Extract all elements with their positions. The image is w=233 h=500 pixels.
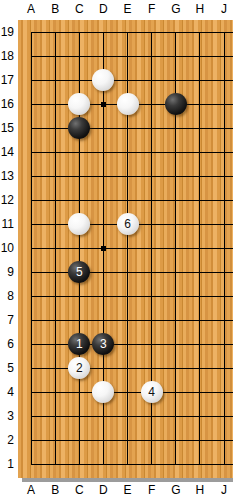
intersection-H13[interactable] xyxy=(188,164,212,188)
intersection-C7[interactable] xyxy=(67,308,91,332)
intersection-D18[interactable] xyxy=(91,44,115,68)
row-label-8: 8 xyxy=(0,284,16,308)
grid-line-vertical xyxy=(151,332,152,356)
row-label-6: 6 xyxy=(0,332,16,356)
row-label-1: 1 xyxy=(0,452,16,476)
intersection-G8[interactable] xyxy=(164,284,188,308)
intersection-A2[interactable] xyxy=(19,428,43,452)
row-label-18: 18 xyxy=(0,44,16,68)
intersection-C3[interactable] xyxy=(67,404,91,428)
intersection-D2[interactable] xyxy=(91,428,115,452)
star-point-D10 xyxy=(101,246,106,251)
row-label-9: 9 xyxy=(0,260,16,284)
intersection-H11[interactable] xyxy=(188,212,212,236)
grid-line-horizontal xyxy=(212,440,233,441)
intersection-B3[interactable] xyxy=(43,404,67,428)
grid-line-vertical xyxy=(224,92,225,116)
intersection-F14[interactable] xyxy=(140,140,164,164)
intersection-E6[interactable] xyxy=(116,332,140,356)
intersection-A5[interactable] xyxy=(19,356,43,380)
intersection-H7[interactable] xyxy=(188,308,212,332)
intersection-G5[interactable] xyxy=(164,356,188,380)
intersection-G12[interactable] xyxy=(164,188,188,212)
intersection-E17[interactable] xyxy=(116,68,140,92)
move-number-label: 6 xyxy=(124,217,131,231)
intersection-C4[interactable] xyxy=(67,380,91,404)
grid-line-horizontal xyxy=(31,104,44,105)
grid-line-vertical xyxy=(103,284,104,308)
intersection-A12[interactable] xyxy=(19,188,43,212)
intersection-D11[interactable] xyxy=(91,212,115,236)
intersection-F15[interactable] xyxy=(140,116,164,140)
intersection-A10[interactable] xyxy=(19,236,43,260)
grid-line-vertical xyxy=(224,404,225,428)
grid-line-vertical xyxy=(31,308,32,332)
intersection-A18[interactable] xyxy=(19,44,43,68)
intersection-A4[interactable] xyxy=(19,380,43,404)
grid-line-vertical xyxy=(55,32,56,45)
intersection-H19[interactable] xyxy=(188,20,212,44)
intersection-H10[interactable] xyxy=(188,236,212,260)
intersection-J17[interactable] xyxy=(212,68,233,92)
grid-line-vertical xyxy=(224,140,225,164)
intersection-B12[interactable] xyxy=(43,188,67,212)
intersection-E13[interactable] xyxy=(116,164,140,188)
grid-line-vertical xyxy=(127,356,128,380)
intersection-G9[interactable] xyxy=(164,260,188,284)
grid-line-vertical xyxy=(55,356,56,380)
intersection-D4[interactable] xyxy=(91,380,115,404)
grid-line-horizontal xyxy=(31,272,44,273)
intersection-E3[interactable] xyxy=(116,404,140,428)
grid-line-vertical xyxy=(151,428,152,452)
intersection-D16[interactable] xyxy=(91,92,115,116)
grid-line-horizontal xyxy=(212,368,233,369)
grid-line-vertical xyxy=(127,404,128,428)
grid-line-vertical xyxy=(55,116,56,140)
intersection-F4[interactable]: 4 xyxy=(140,380,164,404)
intersection-D3[interactable] xyxy=(91,404,115,428)
col-label-top-D: D xyxy=(91,0,115,19)
intersection-A14[interactable] xyxy=(19,140,43,164)
grid-line-vertical xyxy=(103,452,104,465)
intersection-A19[interactable] xyxy=(19,20,43,44)
intersection-C9[interactable]: 5 xyxy=(67,260,91,284)
intersection-B18[interactable] xyxy=(43,44,67,68)
intersection-F1[interactable] xyxy=(140,452,164,476)
intersection-H16[interactable] xyxy=(188,92,212,116)
intersection-B10[interactable] xyxy=(43,236,67,260)
intersection-C18[interactable] xyxy=(67,44,91,68)
intersection-A17[interactable] xyxy=(19,68,43,92)
intersection-F13[interactable] xyxy=(140,164,164,188)
grid-line-vertical xyxy=(175,212,176,236)
intersection-B14[interactable] xyxy=(43,140,67,164)
intersection-E10[interactable] xyxy=(116,236,140,260)
intersection-E18[interactable] xyxy=(116,44,140,68)
intersection-B11[interactable] xyxy=(43,212,67,236)
grid-line-vertical xyxy=(199,380,200,404)
intersection-H4[interactable] xyxy=(188,380,212,404)
intersection-J5[interactable] xyxy=(212,356,233,380)
grid-line-vertical xyxy=(103,308,104,332)
row-label-2: 2 xyxy=(0,428,16,452)
intersection-B13[interactable] xyxy=(43,164,67,188)
intersection-C11[interactable] xyxy=(67,212,91,236)
intersection-G2[interactable] xyxy=(164,428,188,452)
intersection-G18[interactable] xyxy=(164,44,188,68)
grid-line-vertical xyxy=(224,212,225,236)
grid-line-vertical xyxy=(55,92,56,116)
grid-line-vertical xyxy=(103,188,104,212)
intersection-G3[interactable] xyxy=(164,404,188,428)
row-label-10: 10 xyxy=(0,236,16,260)
grid-line-vertical xyxy=(55,380,56,404)
row-label-16: 16 xyxy=(0,92,16,116)
row-label-17: 17 xyxy=(0,68,16,92)
intersection-G13[interactable] xyxy=(164,164,188,188)
grid-line-vertical xyxy=(175,308,176,332)
intersection-G6[interactable] xyxy=(164,332,188,356)
intersection-J8[interactable] xyxy=(212,284,233,308)
grid-line-vertical xyxy=(151,116,152,140)
grid-line-vertical xyxy=(31,92,32,116)
intersection-J6[interactable] xyxy=(212,332,233,356)
intersection-J15[interactable] xyxy=(212,116,233,140)
intersection-A9[interactable] xyxy=(19,260,43,284)
intersection-J13[interactable] xyxy=(212,164,233,188)
move-number-label: 2 xyxy=(76,361,83,375)
grid-line-vertical xyxy=(79,164,80,188)
grid-line-vertical xyxy=(224,284,225,308)
grid-line-vertical xyxy=(103,212,104,236)
intersection-E19[interactable] xyxy=(116,20,140,44)
grid-line-vertical xyxy=(31,32,32,45)
grid-line-horizontal xyxy=(31,392,44,393)
grid-line-vertical xyxy=(31,284,32,308)
intersection-F8[interactable] xyxy=(140,284,164,308)
grid-line-vertical xyxy=(103,32,104,45)
intersection-B7[interactable] xyxy=(43,308,67,332)
intersection-F3[interactable] xyxy=(140,404,164,428)
row-label-14: 14 xyxy=(0,140,16,164)
grid-line-vertical xyxy=(224,68,225,92)
intersection-F12[interactable] xyxy=(140,188,164,212)
intersection-A11[interactable] xyxy=(19,212,43,236)
intersection-B4[interactable] xyxy=(43,380,67,404)
intersection-F5[interactable] xyxy=(140,356,164,380)
star-point-D16 xyxy=(101,102,106,107)
intersection-F7[interactable] xyxy=(140,308,164,332)
grid-line-horizontal xyxy=(31,344,44,345)
col-label-top-G: G xyxy=(164,0,188,19)
intersection-G15[interactable] xyxy=(164,116,188,140)
grid-line-vertical xyxy=(127,260,128,284)
grid-line-vertical xyxy=(224,356,225,380)
col-label-top-C: C xyxy=(67,0,91,19)
intersection-G11[interactable] xyxy=(164,212,188,236)
grid-line-horizontal xyxy=(31,32,44,33)
intersection-H9[interactable] xyxy=(188,260,212,284)
row-label-11: 11 xyxy=(0,212,16,236)
intersection-H14[interactable] xyxy=(188,140,212,164)
grid-line-vertical xyxy=(103,428,104,452)
grid-line-vertical xyxy=(55,428,56,452)
intersection-B16[interactable] xyxy=(43,92,67,116)
grid-line-horizontal xyxy=(31,464,44,465)
intersection-D17[interactable] xyxy=(91,68,115,92)
intersection-J4[interactable] xyxy=(212,380,233,404)
go-diagram: ABCDEFGHJ 19181716151413121110987654321 … xyxy=(0,0,233,500)
grid-line-vertical xyxy=(199,332,200,356)
column-labels-bottom: ABCDEFGHJ xyxy=(19,481,233,500)
stone-white-C11 xyxy=(68,213,90,235)
intersection-C13[interactable] xyxy=(67,164,91,188)
row-labels-left: 19181716151413121110987654321 xyxy=(0,20,16,476)
intersection-J3[interactable] xyxy=(212,404,233,428)
intersection-D10[interactable] xyxy=(91,236,115,260)
row-label-4: 4 xyxy=(0,380,16,404)
col-label-bottom-H: H xyxy=(188,481,212,500)
grid-line-vertical xyxy=(151,68,152,92)
intersection-E15[interactable] xyxy=(116,116,140,140)
intersection-E2[interactable] xyxy=(116,428,140,452)
grid-line-vertical xyxy=(31,380,32,404)
intersection-C10[interactable] xyxy=(67,236,91,260)
intersection-B1[interactable] xyxy=(43,452,67,476)
intersection-E1[interactable] xyxy=(116,452,140,476)
intersection-H18[interactable] xyxy=(188,44,212,68)
intersection-C14[interactable] xyxy=(67,140,91,164)
intersection-E9[interactable] xyxy=(116,260,140,284)
intersection-H15[interactable] xyxy=(188,116,212,140)
intersection-C5[interactable]: 2 xyxy=(67,356,91,380)
intersection-J7[interactable] xyxy=(212,308,233,332)
grid-line-vertical xyxy=(151,164,152,188)
grid-line-vertical xyxy=(224,260,225,284)
intersection-F2[interactable] xyxy=(140,428,164,452)
intersection-A1[interactable] xyxy=(19,452,43,476)
intersection-J12[interactable] xyxy=(212,188,233,212)
intersection-B17[interactable] xyxy=(43,68,67,92)
intersection-J16[interactable] xyxy=(212,92,233,116)
move-number-label: 3 xyxy=(100,337,107,351)
stone-white-E11: 6 xyxy=(117,213,139,235)
intersection-D19[interactable] xyxy=(91,20,115,44)
intersection-C17[interactable] xyxy=(67,68,91,92)
grid-line-vertical xyxy=(127,428,128,452)
grid-line-horizontal xyxy=(212,344,233,345)
intersection-E11[interactable]: 6 xyxy=(116,212,140,236)
stone-white-D17 xyxy=(92,69,114,91)
intersection-D15[interactable] xyxy=(91,116,115,140)
grid-line-horizontal xyxy=(31,56,44,57)
stone-black-C6: 1 xyxy=(68,333,90,355)
intersection-J9[interactable] xyxy=(212,260,233,284)
grid-line-horizontal xyxy=(212,128,233,129)
intersection-C8[interactable] xyxy=(67,284,91,308)
intersection-J11[interactable] xyxy=(212,212,233,236)
intersection-F11[interactable] xyxy=(140,212,164,236)
intersection-G4[interactable] xyxy=(164,380,188,404)
intersection-A13[interactable] xyxy=(19,164,43,188)
grid-line-horizontal xyxy=(212,296,233,297)
grid-line-vertical xyxy=(127,116,128,140)
intersection-F6[interactable] xyxy=(140,332,164,356)
intersection-A7[interactable] xyxy=(19,308,43,332)
intersection-F9[interactable] xyxy=(140,260,164,284)
intersection-J10[interactable] xyxy=(212,236,233,260)
grid-line-vertical xyxy=(224,32,225,45)
intersection-E16[interactable] xyxy=(116,92,140,116)
intersection-J14[interactable] xyxy=(212,140,233,164)
grid-line-vertical xyxy=(31,68,32,92)
intersection-B5[interactable] xyxy=(43,356,67,380)
intersection-D12[interactable] xyxy=(91,188,115,212)
grid-line-vertical xyxy=(175,452,176,465)
grid-line-vertical xyxy=(55,260,56,284)
intersection-C6[interactable]: 1 xyxy=(67,332,91,356)
intersection-F18[interactable] xyxy=(140,44,164,68)
grid-line-horizontal xyxy=(212,104,233,105)
col-label-bottom-B: B xyxy=(43,481,67,500)
grid-line-vertical xyxy=(175,32,176,45)
intersection-A15[interactable] xyxy=(19,116,43,140)
grid-line-vertical xyxy=(103,404,104,428)
intersection-A16[interactable] xyxy=(19,92,43,116)
grid-line-vertical xyxy=(79,44,80,68)
intersection-C19[interactable] xyxy=(67,20,91,44)
intersection-E12[interactable] xyxy=(116,188,140,212)
intersection-J19[interactable] xyxy=(212,20,233,44)
intersection-D14[interactable] xyxy=(91,140,115,164)
grid-line-vertical xyxy=(175,140,176,164)
intersection-B15[interactable] xyxy=(43,116,67,140)
grid-line-vertical xyxy=(224,164,225,188)
stone-white-C5: 2 xyxy=(68,357,90,379)
grid-line-vertical xyxy=(175,44,176,68)
grid-line-horizontal xyxy=(212,152,233,153)
col-label-bottom-G: G xyxy=(164,481,188,500)
grid-line-vertical xyxy=(199,212,200,236)
intersection-D13[interactable] xyxy=(91,164,115,188)
grid-line-vertical xyxy=(199,308,200,332)
grid-line-horizontal xyxy=(212,80,233,81)
intersection-C12[interactable] xyxy=(67,188,91,212)
intersection-F16[interactable] xyxy=(140,92,164,116)
grid-line-horizontal xyxy=(212,416,233,417)
intersection-H3[interactable] xyxy=(188,404,212,428)
intersection-A6[interactable] xyxy=(19,332,43,356)
intersection-E14[interactable] xyxy=(116,140,140,164)
grid-line-vertical xyxy=(55,236,56,260)
intersection-J1[interactable] xyxy=(212,452,233,476)
grid-line-vertical xyxy=(199,284,200,308)
intersection-C2[interactable] xyxy=(67,428,91,452)
intersection-E4[interactable] xyxy=(116,380,140,404)
grid-line-vertical xyxy=(127,164,128,188)
grid-line-vertical xyxy=(55,68,56,92)
intersection-C15[interactable] xyxy=(67,116,91,140)
intersection-H12[interactable] xyxy=(188,188,212,212)
intersection-G17[interactable] xyxy=(164,68,188,92)
intersection-E8[interactable] xyxy=(116,284,140,308)
grid-line-vertical xyxy=(175,284,176,308)
intersection-A3[interactable] xyxy=(19,404,43,428)
intersection-D7[interactable] xyxy=(91,308,115,332)
intersection-G7[interactable] xyxy=(164,308,188,332)
grid-line-vertical xyxy=(127,188,128,212)
intersection-B8[interactable] xyxy=(43,284,67,308)
col-label-bottom-A: A xyxy=(19,481,43,500)
grid-line-vertical xyxy=(224,308,225,332)
intersection-B2[interactable] xyxy=(43,428,67,452)
stone-black-C9: 5 xyxy=(68,261,90,283)
intersection-D6[interactable]: 3 xyxy=(91,332,115,356)
intersection-F17[interactable] xyxy=(140,68,164,92)
intersection-D9[interactable] xyxy=(91,260,115,284)
intersection-G16[interactable] xyxy=(164,92,188,116)
grid-line-vertical xyxy=(199,404,200,428)
intersection-G19[interactable] xyxy=(164,20,188,44)
col-label-top-F: F xyxy=(140,0,164,19)
intersection-H17[interactable] xyxy=(188,68,212,92)
intersection-D5[interactable] xyxy=(91,356,115,380)
grid-line-vertical xyxy=(31,404,32,428)
intersection-H1[interactable] xyxy=(188,452,212,476)
grid-line-vertical xyxy=(127,44,128,68)
grid-line-vertical xyxy=(199,356,200,380)
intersection-B6[interactable] xyxy=(43,332,67,356)
intersection-C1[interactable] xyxy=(67,452,91,476)
grid-line-vertical xyxy=(199,164,200,188)
intersection-E7[interactable] xyxy=(116,308,140,332)
grid-line-vertical xyxy=(151,212,152,236)
intersection-D8[interactable] xyxy=(91,284,115,308)
intersection-F10[interactable] xyxy=(140,236,164,260)
grid-line-vertical xyxy=(224,380,225,404)
intersection-H6[interactable] xyxy=(188,332,212,356)
grid-line-vertical xyxy=(79,452,80,465)
intersection-J18[interactable] xyxy=(212,44,233,68)
intersection-D1[interactable] xyxy=(91,452,115,476)
intersection-F19[interactable] xyxy=(140,20,164,44)
intersection-A8[interactable] xyxy=(19,284,43,308)
col-label-bottom-E: E xyxy=(116,481,140,500)
move-number-label: 5 xyxy=(76,265,83,279)
intersection-G14[interactable] xyxy=(164,140,188,164)
grid-line-vertical xyxy=(127,32,128,45)
grid-line-horizontal xyxy=(31,248,44,249)
grid-line-vertical xyxy=(79,236,80,260)
intersection-J2[interactable] xyxy=(212,428,233,452)
intersection-H2[interactable] xyxy=(188,428,212,452)
grid-line-vertical xyxy=(55,452,56,465)
grid-line-vertical xyxy=(79,404,80,428)
intersection-H5[interactable] xyxy=(188,356,212,380)
grid-line-horizontal xyxy=(31,320,44,321)
intersection-C16[interactable] xyxy=(67,92,91,116)
intersection-G10[interactable] xyxy=(164,236,188,260)
intersection-B9[interactable] xyxy=(43,260,67,284)
grid-line-vertical xyxy=(31,164,32,188)
intersection-H8[interactable] xyxy=(188,284,212,308)
intersection-B19[interactable] xyxy=(43,20,67,44)
intersection-E5[interactable] xyxy=(116,356,140,380)
grid-line-horizontal xyxy=(31,176,44,177)
grid-line-vertical xyxy=(103,140,104,164)
intersection-G1[interactable] xyxy=(164,452,188,476)
